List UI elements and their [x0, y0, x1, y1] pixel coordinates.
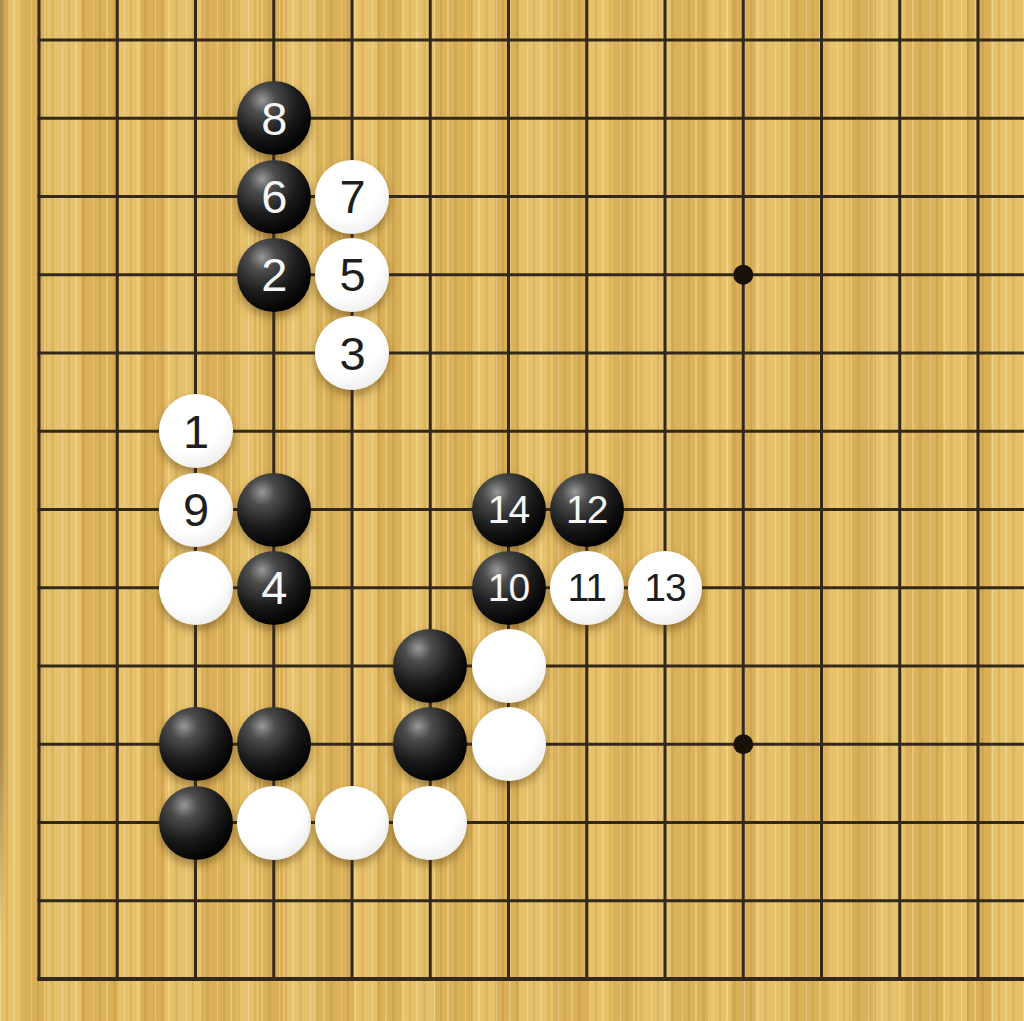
stone-black-F4	[393, 707, 467, 781]
stone-move-number: 7	[339, 173, 364, 220]
stone-black-G6-move-10: 10	[472, 551, 546, 625]
stones-layer: 8672531914124101113	[0, 0, 1024, 1021]
go-board: 8672531914124101113	[0, 0, 1024, 1021]
stone-white-E3	[315, 786, 389, 860]
stone-white-G5	[472, 629, 546, 703]
stone-white-H6-move-11: 11	[550, 551, 624, 625]
stone-black-D7	[237, 473, 311, 547]
stone-move-number: 9	[183, 486, 208, 533]
stone-white-G4	[472, 707, 546, 781]
stone-move-number: 10	[488, 568, 529, 607]
stone-white-J6-move-13: 13	[628, 551, 702, 625]
stone-black-D6-move-4: 4	[237, 551, 311, 625]
stone-white-C7-move-9: 9	[159, 473, 233, 547]
stone-move-number: 4	[261, 564, 286, 611]
stone-black-D11-move-6: 6	[237, 160, 311, 234]
stone-move-number: 5	[339, 251, 364, 298]
stone-move-number: 11	[568, 568, 607, 607]
stone-move-number: 1	[183, 408, 208, 455]
stone-move-number: 6	[261, 173, 286, 220]
stone-black-D10-move-2: 2	[237, 238, 311, 312]
stone-black-F5	[393, 629, 467, 703]
stone-move-number: 13	[644, 568, 685, 607]
stone-white-E10-move-5: 5	[315, 238, 389, 312]
stone-black-C3	[159, 786, 233, 860]
stone-black-C4	[159, 707, 233, 781]
stone-white-E9-move-3: 3	[315, 316, 389, 390]
board-left-edge-shadow	[0, 0, 9, 939]
stone-black-G7-move-14: 14	[472, 473, 546, 547]
stone-move-number: 12	[566, 490, 607, 529]
stone-white-C8-move-1: 1	[159, 394, 233, 468]
stone-move-number: 8	[261, 95, 286, 142]
stone-move-number: 14	[488, 490, 529, 529]
stone-black-D12-move-8: 8	[237, 81, 311, 155]
stone-move-number: 2	[261, 251, 286, 298]
stone-black-H7-move-12: 12	[550, 473, 624, 547]
stone-black-D4	[237, 707, 311, 781]
stone-white-F3	[393, 786, 467, 860]
stone-white-E11-move-7: 7	[315, 160, 389, 234]
stone-white-C6	[159, 551, 233, 625]
stone-white-D3	[237, 786, 311, 860]
stone-move-number: 3	[339, 330, 364, 377]
